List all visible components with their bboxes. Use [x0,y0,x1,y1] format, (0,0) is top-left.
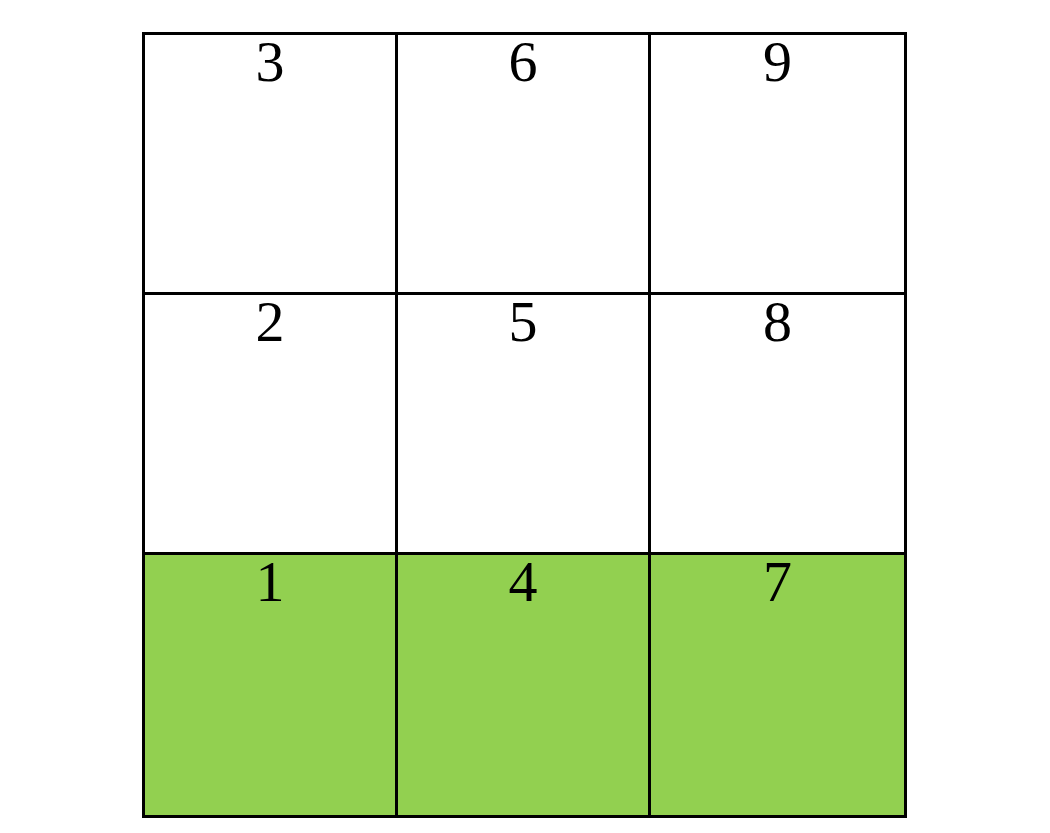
cell-8[interactable]: 8 [651,295,904,555]
cell-number: 5 [509,289,538,356]
game-board: 3 6 9 2 5 8 1 4 7 [142,32,907,818]
cell-number: 3 [256,29,285,96]
cell-number: 1 [256,549,285,616]
cell-number: 2 [256,289,285,356]
cell-9[interactable]: 9 [651,35,904,295]
cell-number: 8 [763,289,792,356]
cell-number: 9 [763,29,792,96]
cell-number: 7 [763,549,792,616]
cell-number: 4 [509,549,538,616]
cell-5[interactable]: 5 [398,295,651,555]
cell-number: 6 [509,29,538,96]
cell-6[interactable]: 6 [398,35,651,295]
cell-3[interactable]: 3 [145,35,398,295]
cell-4[interactable]: 4 [398,555,651,815]
cell-2[interactable]: 2 [145,295,398,555]
cell-7[interactable]: 7 [651,555,904,815]
cell-1[interactable]: 1 [145,555,398,815]
